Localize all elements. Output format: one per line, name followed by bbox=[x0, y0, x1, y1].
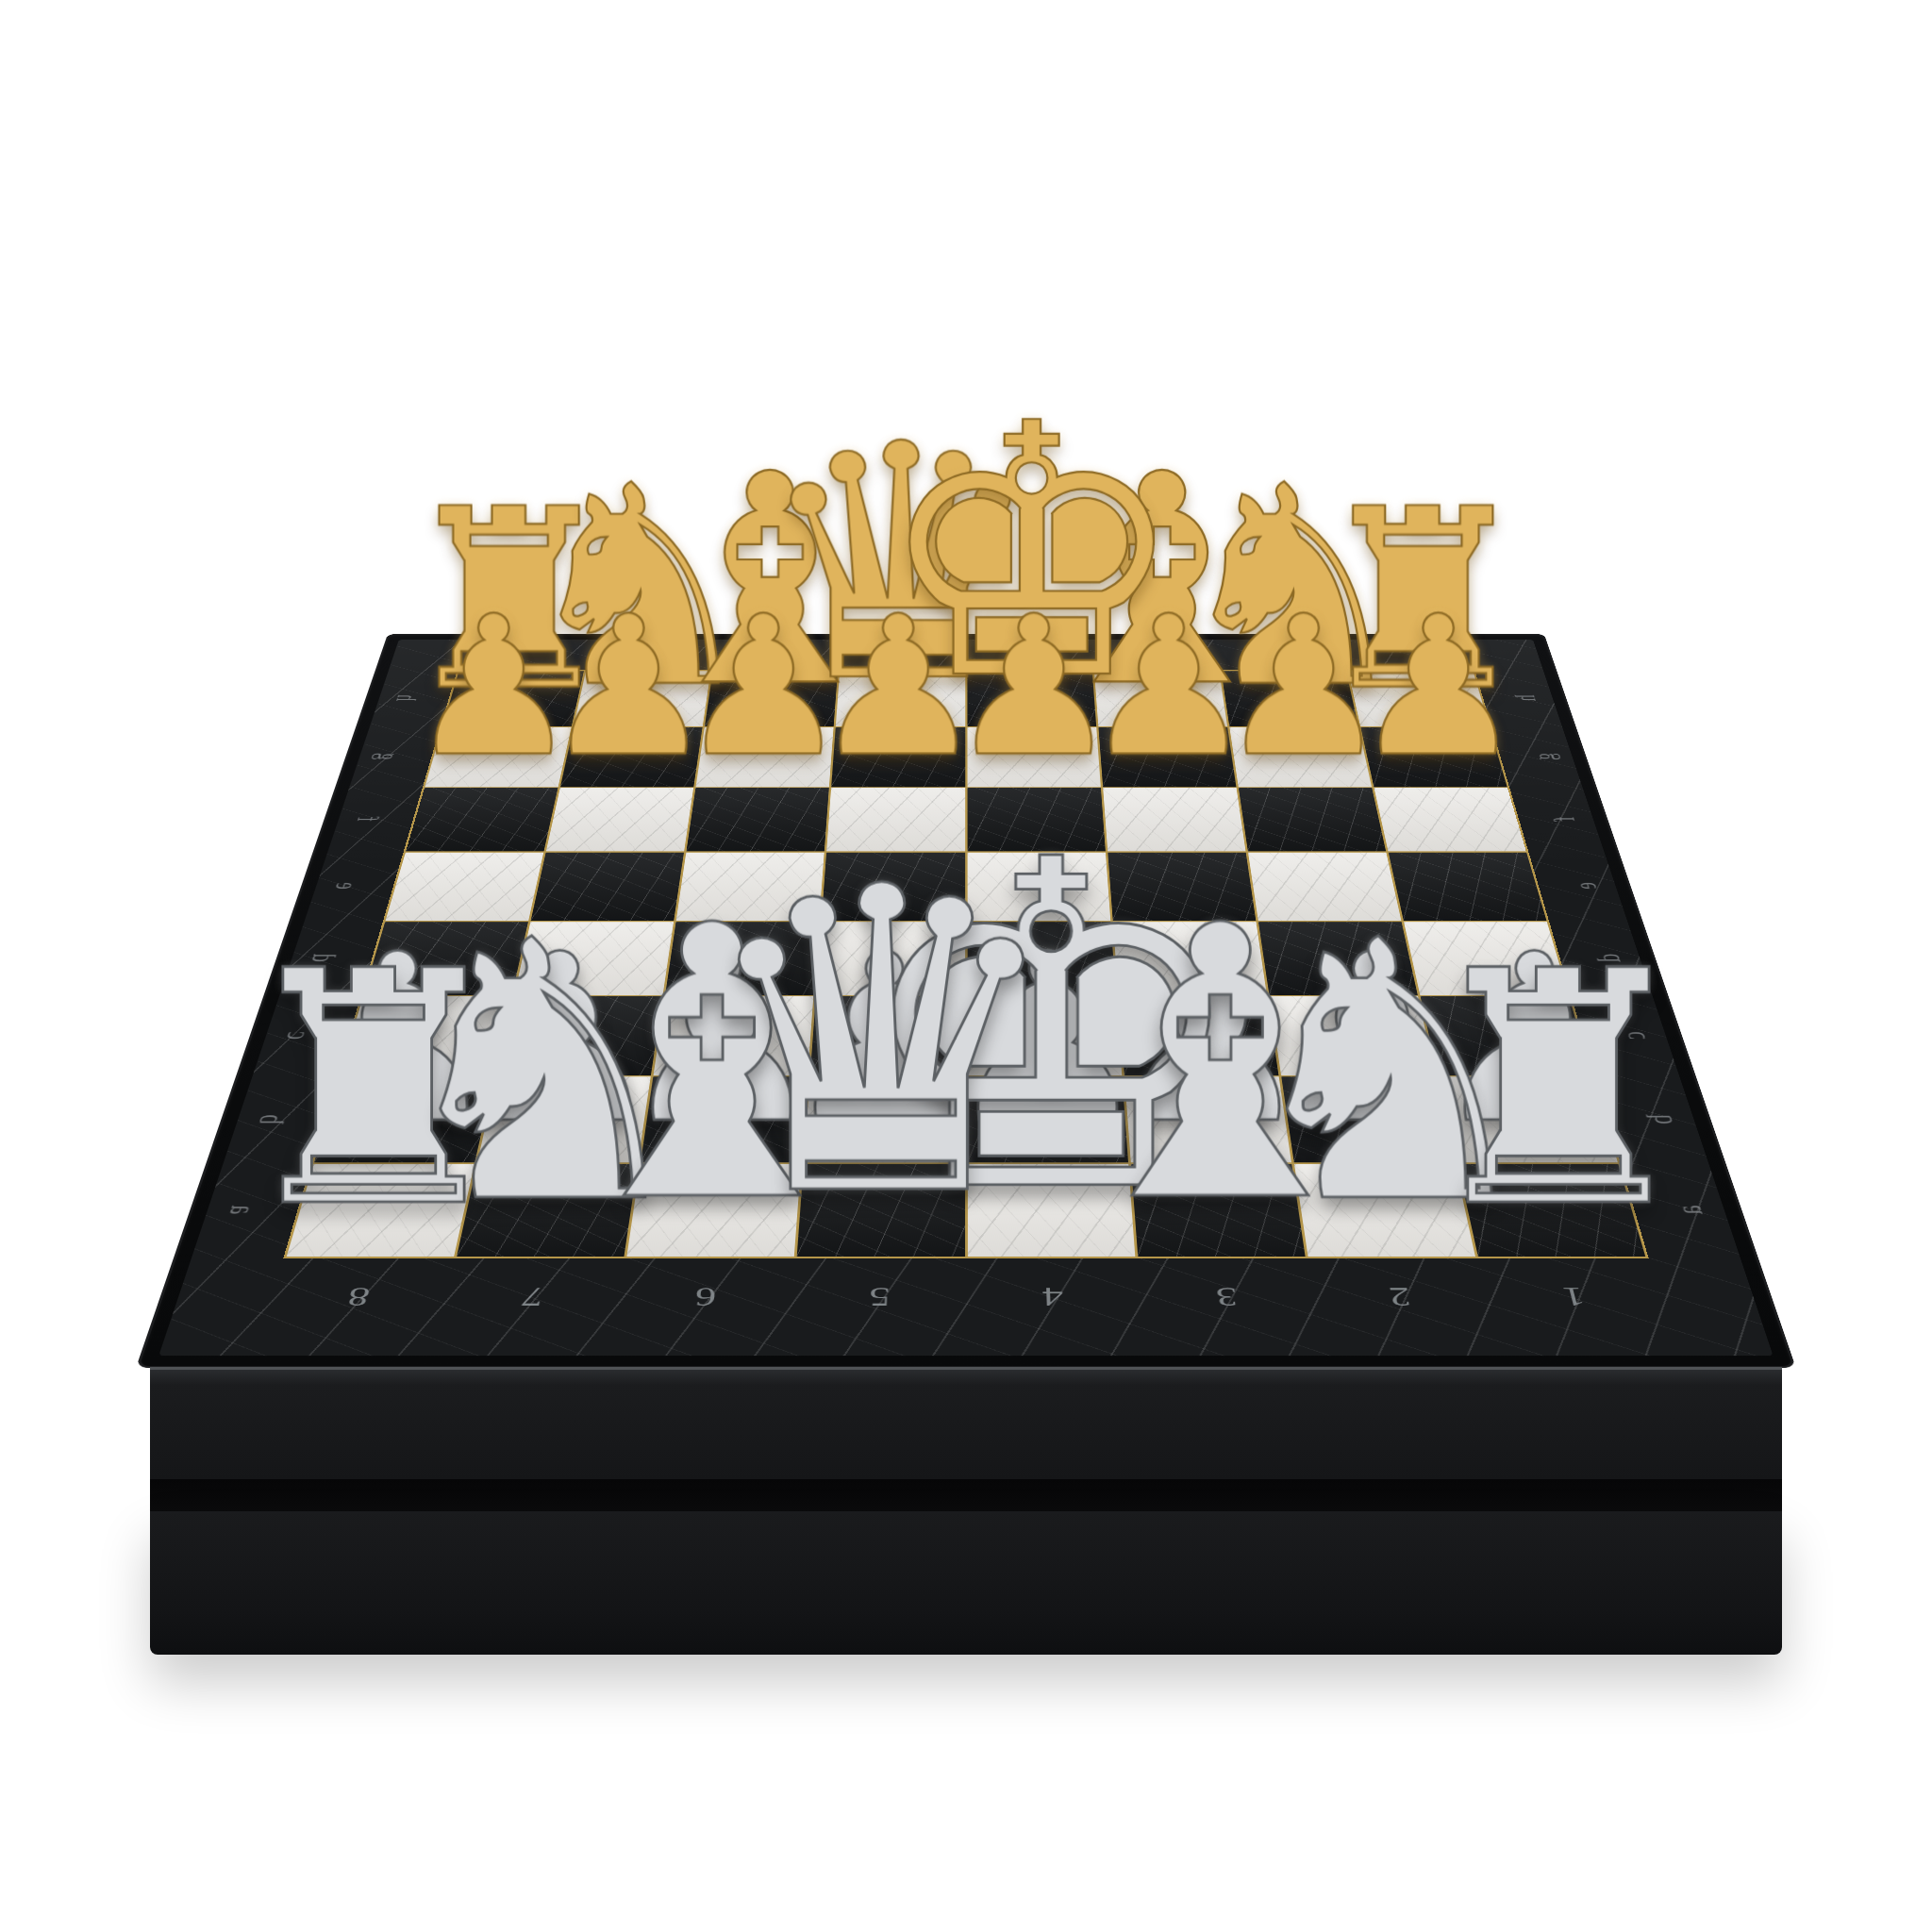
square-b6[interactable] bbox=[546, 788, 693, 851]
rank-label-right-b: b bbox=[1579, 1104, 1742, 1135]
rank-label-left-c: c bbox=[220, 1022, 376, 1050]
rank-label-left-a: a bbox=[158, 1193, 327, 1226]
rank-label-right-g: g bbox=[1477, 746, 1611, 768]
rank-label-right-c: c bbox=[1556, 1022, 1712, 1050]
board-field: ♜♞♝♛♚♝♞♜♟♟♟♟♟♟♟♟♟♟♟♟♟♟♟♟♜♞♝♛♚♝♞♜ bbox=[283, 670, 1648, 1257]
case-lid-seam bbox=[150, 1479, 1782, 1511]
file-label-3: 3 bbox=[1138, 1278, 1315, 1312]
rank-label-right-e: e bbox=[1514, 874, 1658, 898]
chess-board: hgfedcba hgfedcba 87654321 ♜♞♝♛♚♝♞♜♟♟♟♟♟… bbox=[136, 634, 1796, 1368]
rank-label-right-f: f bbox=[1495, 808, 1634, 830]
file-label-1: 1 bbox=[1482, 1278, 1664, 1312]
file-label-5: 5 bbox=[791, 1278, 966, 1312]
file-label-8: 8 bbox=[268, 1278, 450, 1312]
square-d1[interactable]: ♛ bbox=[797, 1164, 965, 1257]
rank-label-left-h: h bbox=[341, 688, 471, 708]
file-label-7: 7 bbox=[442, 1278, 622, 1312]
file-label-6: 6 bbox=[617, 1278, 794, 1312]
rank-label-left-g: g bbox=[321, 746, 455, 768]
case-lid-front bbox=[150, 1367, 1782, 1479]
rank-label-left-d: d bbox=[248, 944, 398, 971]
rank-label-right-d: d bbox=[1534, 944, 1684, 971]
rank-label-right-h: h bbox=[1461, 688, 1591, 708]
file-label-2: 2 bbox=[1310, 1278, 1490, 1312]
rank-label-left-e: e bbox=[274, 874, 418, 898]
square-g6[interactable] bbox=[1239, 788, 1386, 851]
rank-label-right-a: a bbox=[1605, 1193, 1774, 1226]
case-base-front bbox=[150, 1511, 1782, 1655]
rank-label-left-b: b bbox=[190, 1104, 353, 1135]
rank-label-left-f: f bbox=[298, 808, 437, 830]
file-label-4: 4 bbox=[966, 1278, 1141, 1312]
silver-queen[interactable]: ♛ bbox=[692, 844, 1070, 1244]
file-labels-bottom: 87654321 bbox=[268, 1278, 1665, 1312]
chess-storage-case bbox=[150, 1367, 1782, 1655]
product-photo-chess-set: hgfedcba hgfedcba 87654321 ♜♞♝♛♚♝♞♜♟♟♟♟♟… bbox=[0, 0, 1932, 1932]
